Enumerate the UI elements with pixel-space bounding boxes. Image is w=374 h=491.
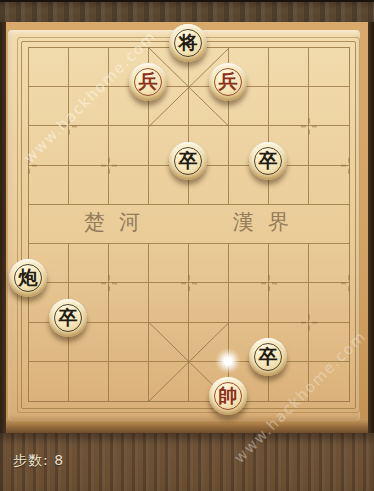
grid-cell xyxy=(269,87,309,126)
grid-cell xyxy=(189,283,229,322)
xiangqi-app-screen: 楚河 漢界 将兵兵卒卒炮卒卒帥 步数: 8 www.hackhome.com w… xyxy=(0,0,374,491)
grid-cell xyxy=(109,244,149,283)
grid-cell xyxy=(309,126,349,165)
piece-red-soldier[interactable]: 兵 xyxy=(129,63,167,101)
grid-cell xyxy=(109,126,149,165)
piece-character: 兵 xyxy=(139,72,158,91)
grid-cell xyxy=(149,283,189,322)
grid-cell xyxy=(69,48,109,87)
piece-black-general[interactable]: 将 xyxy=(169,24,207,62)
piece-red-soldier[interactable]: 兵 xyxy=(209,63,247,101)
grid-cell xyxy=(109,166,149,205)
piece-engraved-ring: 将 xyxy=(174,29,202,57)
grid-cell xyxy=(29,87,69,126)
grid-cell xyxy=(189,244,229,283)
board-front-bevel xyxy=(0,419,374,433)
piece-character: 卒 xyxy=(259,151,278,170)
piece-character: 兵 xyxy=(219,72,238,91)
move-counter-label: 步数: 8 xyxy=(13,452,64,470)
grid-cell xyxy=(69,362,109,401)
piece-black-soldier[interactable]: 卒 xyxy=(169,142,207,180)
grid-cell xyxy=(69,244,109,283)
grid-cell xyxy=(309,283,349,322)
grid-cell xyxy=(29,362,69,401)
grid-cell xyxy=(229,283,269,322)
piece-engraved-ring: 卒 xyxy=(174,147,202,175)
grid-cell xyxy=(309,205,349,244)
grid-cell xyxy=(29,48,69,87)
grid-cell xyxy=(269,244,309,283)
right-dark-bezel xyxy=(368,22,374,433)
piece-black-soldier[interactable]: 卒 xyxy=(249,142,287,180)
grid-cell xyxy=(309,362,349,401)
grid-cell xyxy=(149,362,189,401)
piece-engraved-ring: 卒 xyxy=(54,304,82,332)
grid-cell xyxy=(109,323,149,362)
piece-engraved-ring: 卒 xyxy=(254,343,282,371)
grid-cell xyxy=(69,126,109,165)
move-indicator-dot[interactable] xyxy=(215,348,241,374)
piece-engraved-ring: 兵 xyxy=(134,68,162,96)
grid-cell xyxy=(149,323,189,362)
piece-character: 将 xyxy=(179,33,198,52)
grid-cell xyxy=(149,205,189,244)
grid-cell xyxy=(109,362,149,401)
piece-engraved-ring: 卒 xyxy=(254,147,282,175)
grid-cell xyxy=(29,166,69,205)
piece-engraved-ring: 帥 xyxy=(214,382,242,410)
grid-cell xyxy=(309,87,349,126)
left-dark-bezel xyxy=(0,22,6,433)
piece-black-soldier[interactable]: 卒 xyxy=(49,299,87,337)
grid-cell xyxy=(269,283,309,322)
river-label-han-jie: 漢界 xyxy=(233,208,303,236)
piece-character: 帥 xyxy=(219,386,238,405)
grid-cell xyxy=(69,87,109,126)
grid-cell xyxy=(309,48,349,87)
grid-cell xyxy=(309,244,349,283)
piece-character: 卒 xyxy=(59,308,78,327)
piece-character: 卒 xyxy=(179,151,198,170)
grid-cell xyxy=(229,244,269,283)
grid-cell xyxy=(309,166,349,205)
grid-cell xyxy=(269,48,309,87)
river-label-chu-he: 楚河 xyxy=(84,208,154,236)
grid-cell xyxy=(189,205,229,244)
grid-cell xyxy=(109,283,149,322)
piece-engraved-ring: 兵 xyxy=(214,68,242,96)
grid-cell xyxy=(149,244,189,283)
grid-cell xyxy=(69,166,109,205)
grid-cell xyxy=(29,126,69,165)
piece-red-general[interactable]: 帥 xyxy=(209,377,247,415)
grid-cell xyxy=(29,205,69,244)
top-wood-bar xyxy=(0,0,374,22)
piece-character: 卒 xyxy=(259,347,278,366)
piece-character: 炮 xyxy=(19,268,38,287)
piece-engraved-ring: 炮 xyxy=(14,264,42,292)
grid-cell xyxy=(309,323,349,362)
piece-black-soldier[interactable]: 卒 xyxy=(249,338,287,376)
